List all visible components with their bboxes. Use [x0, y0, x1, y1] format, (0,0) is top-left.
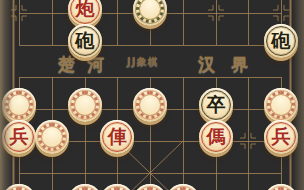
piece-i7[interactable]: [264, 88, 298, 122]
piece-i5[interactable]: 砲: [264, 24, 298, 58]
piece-a7[interactable]: [2, 88, 36, 122]
piece-glyph: 俥: [100, 120, 134, 154]
piece-glyph: [133, 88, 167, 122]
piece-c5[interactable]: 砲: [68, 24, 102, 58]
xiangqi-board[interactable]: 楚河 JJ象棋 汉界 炮砲砲卒兵俥傌兵: [0, 0, 304, 190]
piece-i8[interactable]: 兵: [264, 120, 298, 154]
piece-d10[interactable]: [100, 184, 134, 190]
piece-c7[interactable]: [68, 88, 102, 122]
piece-a8[interactable]: 兵: [2, 120, 36, 154]
piece-i10[interactable]: [264, 184, 298, 190]
piece-g7[interactable]: 卒: [199, 88, 233, 122]
piece-g8[interactable]: 傌: [199, 120, 233, 154]
piece-glyph: 傌: [199, 120, 233, 154]
piece-c10[interactable]: [68, 184, 102, 190]
piece-glyph: [2, 184, 36, 190]
piece-glyph: [166, 184, 200, 190]
piece-glyph: [68, 184, 102, 190]
piece-glyph: [100, 184, 134, 190]
app-watermark: JJ象棋: [127, 55, 158, 69]
piece-glyph: [264, 88, 298, 122]
piece-c4[interactable]: 炮: [68, 0, 102, 26]
piece-b8[interactable]: [35, 120, 69, 154]
river-label-right: 汉界: [198, 53, 264, 76]
piece-glyph: [133, 0, 167, 26]
piece-glyph: 砲: [68, 24, 102, 58]
piece-e7[interactable]: [133, 88, 167, 122]
piece-glyph: [2, 88, 36, 122]
piece-e4[interactable]: [133, 0, 167, 26]
piece-glyph: 兵: [264, 120, 298, 154]
piece-glyph: [133, 184, 167, 190]
piece-d8[interactable]: 俥: [100, 120, 134, 154]
piece-glyph: 砲: [264, 24, 298, 58]
piece-glyph: [68, 88, 102, 122]
piece-f10[interactable]: [166, 184, 200, 190]
piece-glyph: 卒: [199, 88, 233, 122]
piece-glyph: [35, 120, 69, 154]
piece-glyph: 兵: [2, 120, 36, 154]
piece-e10[interactable]: [133, 184, 167, 190]
piece-glyph: [264, 184, 298, 190]
piece-a10[interactable]: [2, 184, 36, 190]
piece-glyph: 炮: [68, 0, 102, 26]
